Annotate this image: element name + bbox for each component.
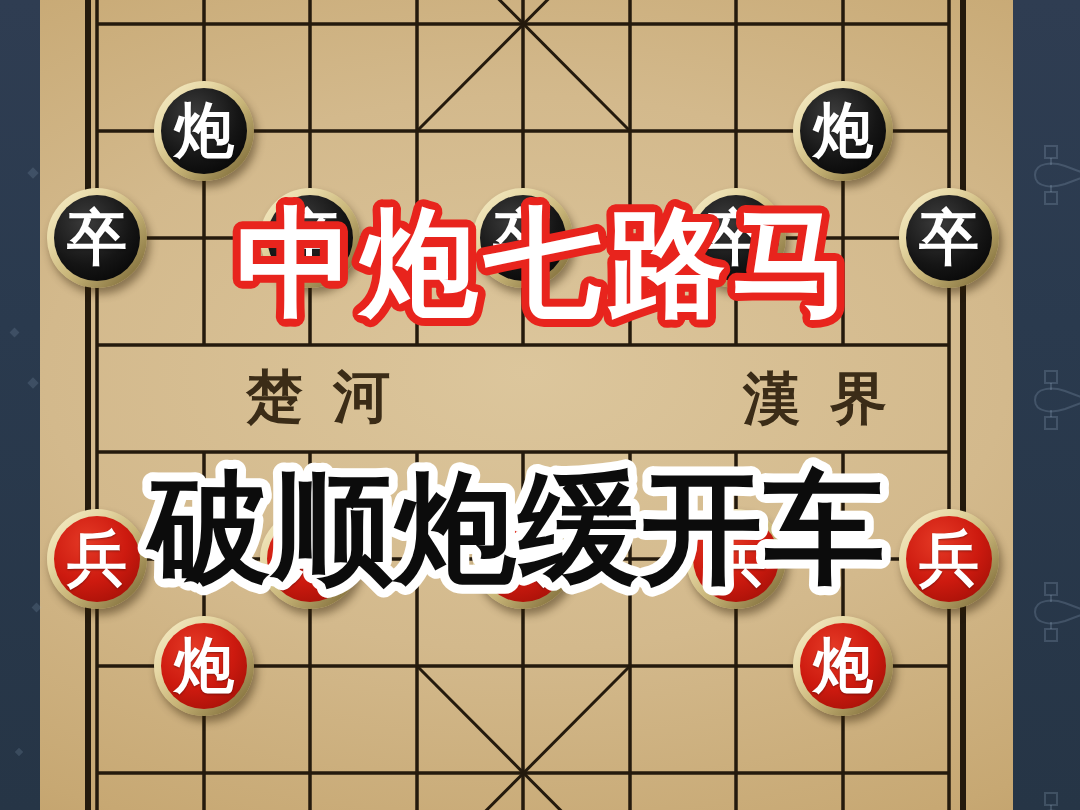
piece-face: 卒 — [267, 195, 353, 281]
app-screen: 楚河 漢界 車馬象士將士象馬車炮炮卒卒卒卒卒兵兵兵兵兵炮炮車馬相仕帥仕相馬車 中… — [0, 0, 1080, 810]
piece-face: 兵 — [480, 516, 566, 602]
piece-glyph: 炮 — [813, 636, 873, 696]
piece-face: 炮 — [161, 88, 247, 174]
piece-face: 兵 — [54, 516, 140, 602]
piece-black-cannon[interactable]: 炮 — [793, 81, 893, 181]
piece-face: 卒 — [480, 195, 566, 281]
piece-face: 兵 — [267, 516, 353, 602]
piece-glyph: 兵 — [67, 529, 127, 589]
piece-face: 兵 — [906, 516, 992, 602]
piece-face: 卒 — [906, 195, 992, 281]
piece-black-soldier[interactable]: 卒 — [899, 188, 999, 288]
piece-black-soldier[interactable]: 卒 — [473, 188, 573, 288]
piece-glyph: 兵 — [493, 529, 553, 589]
piece-glyph: 卒 — [280, 208, 340, 268]
piece-glyph: 卒 — [706, 208, 766, 268]
piece-glyph: 炮 — [174, 636, 234, 696]
piece-red-soldier[interactable]: 兵 — [473, 509, 573, 609]
piece-face: 炮 — [800, 88, 886, 174]
piece-black-soldier[interactable]: 卒 — [260, 188, 360, 288]
piece-face: 炮 — [161, 623, 247, 709]
piece-red-cannon[interactable]: 炮 — [154, 616, 254, 716]
piece-red-soldier[interactable]: 兵 — [260, 509, 360, 609]
piece-face: 炮 — [800, 623, 886, 709]
piece-layer: 車馬象士將士象馬車炮炮卒卒卒卒卒兵兵兵兵兵炮炮車馬相仕帥仕相馬車 — [0, 0, 1080, 810]
piece-glyph: 兵 — [706, 529, 766, 589]
piece-glyph: 兵 — [919, 529, 979, 589]
piece-glyph: 卒 — [919, 208, 979, 268]
piece-black-cannon[interactable]: 炮 — [154, 81, 254, 181]
piece-red-soldier[interactable]: 兵 — [899, 509, 999, 609]
piece-glyph: 炮 — [813, 101, 873, 161]
piece-glyph: 卒 — [67, 208, 127, 268]
piece-face: 兵 — [693, 516, 779, 602]
piece-red-cannon[interactable]: 炮 — [793, 616, 893, 716]
piece-glyph: 兵 — [280, 529, 340, 589]
piece-face: 卒 — [54, 195, 140, 281]
piece-glyph: 炮 — [174, 101, 234, 161]
piece-face: 卒 — [693, 195, 779, 281]
piece-black-soldier[interactable]: 卒 — [686, 188, 786, 288]
piece-red-soldier[interactable]: 兵 — [47, 509, 147, 609]
piece-black-soldier[interactable]: 卒 — [47, 188, 147, 288]
piece-red-soldier[interactable]: 兵 — [686, 509, 786, 609]
piece-glyph: 卒 — [493, 208, 553, 268]
